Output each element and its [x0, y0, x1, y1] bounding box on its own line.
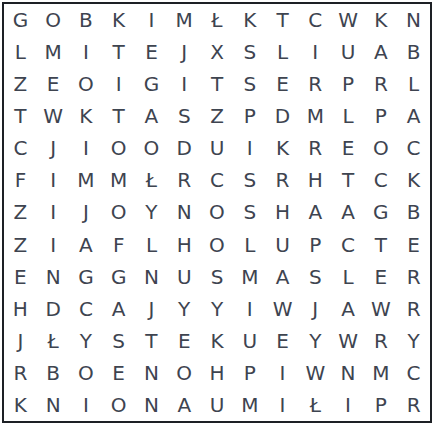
grid-cell[interactable]: M [233, 389, 266, 421]
grid-cell[interactable]: Z [4, 229, 37, 261]
grid-cell[interactable]: A [102, 293, 135, 325]
grid-cell[interactable]: R [299, 68, 332, 100]
grid-cell[interactable]: Y [397, 325, 430, 357]
grid-cell[interactable]: R [364, 325, 397, 357]
grid-cell[interactable]: Y [135, 196, 168, 228]
grid-cell[interactable]: C [397, 357, 430, 389]
grid-cell[interactable]: L [266, 36, 299, 68]
grid-cell[interactable]: W [37, 100, 70, 132]
grid-cell[interactable]: E [266, 68, 299, 100]
grid-cell[interactable]: D [168, 132, 201, 164]
grid-cell[interactable]: A [364, 36, 397, 68]
grid-cell[interactable]: A [397, 100, 430, 132]
grid-cell[interactable]: T [102, 36, 135, 68]
grid-cell[interactable]: J [168, 36, 201, 68]
grid-cell[interactable]: G [135, 68, 168, 100]
grid-cell[interactable]: N [135, 357, 168, 389]
grid-cell[interactable]: I [37, 229, 70, 261]
grid-cell[interactable]: A [332, 196, 365, 228]
grid-cell[interactable]: O [201, 229, 234, 261]
word-search-board: GOBKIMŁKTCWKNLMITEJXSLIUABZEOIGITSERPRLT… [2, 2, 432, 423]
grid-cell[interactable]: U [266, 229, 299, 261]
grid-cell[interactable]: O [70, 68, 103, 100]
grid-cell[interactable]: P [233, 357, 266, 389]
grid-cell[interactable]: P [233, 100, 266, 132]
grid-cell[interactable]: N [37, 261, 70, 293]
grid-cell[interactable]: Z [4, 68, 37, 100]
grid-cell[interactable]: G [70, 261, 103, 293]
grid-cell[interactable]: B [70, 4, 103, 36]
grid-cell[interactable]: M [102, 164, 135, 196]
grid-cell[interactable]: N [397, 4, 430, 36]
grid-cell[interactable]: R [4, 357, 37, 389]
grid-cell[interactable]: K [364, 4, 397, 36]
grid-cell[interactable]: S [233, 36, 266, 68]
grid-cell[interactable]: M [233, 261, 266, 293]
grid-cell[interactable]: P [364, 389, 397, 421]
grid-cell[interactable]: J [135, 293, 168, 325]
grid-cell[interactable]: K [102, 4, 135, 36]
grid-cell[interactable]: E [364, 261, 397, 293]
grid-cell[interactable]: Ł [299, 389, 332, 421]
grid-cell[interactable]: E [37, 68, 70, 100]
grid-cell[interactable]: N [135, 389, 168, 421]
grid-cell[interactable]: C [397, 132, 430, 164]
grid-cell[interactable]: B [397, 196, 430, 228]
grid-cell[interactable]: R [397, 261, 430, 293]
grid-cell[interactable]: M [299, 100, 332, 132]
grid-cell[interactable]: I [266, 389, 299, 421]
grid-cell[interactable]: J [4, 325, 37, 357]
grid-cell[interactable]: J [37, 132, 70, 164]
grid-cell[interactable]: P [332, 68, 365, 100]
grid-cell[interactable]: H [266, 196, 299, 228]
grid-cell[interactable]: R [397, 389, 430, 421]
grid-cell[interactable]: I [70, 36, 103, 68]
grid-cell[interactable]: R [364, 68, 397, 100]
grid-cell[interactable]: L [4, 36, 37, 68]
grid-cell[interactable]: H [168, 229, 201, 261]
grid-cell[interactable]: A [266, 261, 299, 293]
grid-cell[interactable]: S [201, 261, 234, 293]
grid-cell[interactable]: W [266, 293, 299, 325]
grid-cell[interactable]: T [135, 325, 168, 357]
grid-cell[interactable]: T [332, 164, 365, 196]
grid-cell[interactable]: N [135, 261, 168, 293]
grid-cell[interactable]: K [397, 164, 430, 196]
grid-cell[interactable]: Ł [201, 4, 234, 36]
grid-cell[interactable]: Z [4, 196, 37, 228]
grid-cell[interactable]: M [364, 357, 397, 389]
grid-cell[interactable]: S [168, 100, 201, 132]
grid-cell[interactable]: L [332, 261, 365, 293]
grid-cell[interactable]: B [37, 357, 70, 389]
grid-cell[interactable]: D [266, 100, 299, 132]
grid-cell[interactable]: C [70, 293, 103, 325]
grid-cell[interactable]: L [397, 68, 430, 100]
grid-cell[interactable]: T [102, 100, 135, 132]
grid-cell[interactable]: C [201, 164, 234, 196]
grid-cell[interactable]: S [233, 196, 266, 228]
grid-cell[interactable]: I [70, 389, 103, 421]
grid-cell[interactable]: G [364, 196, 397, 228]
grid-cell[interactable]: K [70, 100, 103, 132]
grid-cell[interactable]: P [364, 100, 397, 132]
grid-cell[interactable]: E [266, 325, 299, 357]
grid-cell[interactable]: U [201, 389, 234, 421]
grid-cell[interactable]: R [168, 164, 201, 196]
grid-cell[interactable]: O [37, 4, 70, 36]
grid-cell[interactable]: E [135, 36, 168, 68]
grid-cell[interactable]: W [332, 325, 365, 357]
grid-cell[interactable]: I [299, 36, 332, 68]
grid-cell[interactable]: I [70, 132, 103, 164]
grid-cell[interactable]: U [233, 325, 266, 357]
grid-cell[interactable]: S [299, 261, 332, 293]
grid-cell[interactable]: R [397, 293, 430, 325]
grid-cell[interactable]: S [102, 325, 135, 357]
grid-cell[interactable]: T [4, 100, 37, 132]
grid-cell[interactable]: A [299, 196, 332, 228]
grid-cell[interactable]: K [4, 389, 37, 421]
grid-cell[interactable]: E [102, 357, 135, 389]
grid-cell[interactable]: N [168, 196, 201, 228]
grid-cell[interactable]: K [233, 4, 266, 36]
grid-cell[interactable]: K [201, 325, 234, 357]
grid-cell[interactable]: O [102, 196, 135, 228]
grid-cell[interactable]: B [397, 36, 430, 68]
grid-cell[interactable]: C [4, 132, 37, 164]
grid-cell[interactable]: Y [201, 293, 234, 325]
grid-cell[interactable]: E [4, 261, 37, 293]
grid-cell[interactable]: M [37, 36, 70, 68]
grid-cell[interactable]: Y [70, 325, 103, 357]
grid-cell[interactable]: S [233, 164, 266, 196]
grid-cell[interactable]: R [299, 132, 332, 164]
grid-cell[interactable]: M [168, 4, 201, 36]
grid-cell[interactable]: M [70, 164, 103, 196]
grid-cell[interactable]: A [332, 293, 365, 325]
grid-cell[interactable]: O [102, 389, 135, 421]
grid-cell[interactable]: H [299, 164, 332, 196]
grid-cell[interactable]: D [37, 293, 70, 325]
grid-cell[interactable]: L [233, 229, 266, 261]
grid-cell[interactable]: O [201, 196, 234, 228]
grid-cell[interactable]: W [332, 4, 365, 36]
grid-cell[interactable]: Z [201, 100, 234, 132]
grid-cell[interactable]: O [70, 357, 103, 389]
grid-cell[interactable]: I [168, 68, 201, 100]
grid-cell[interactable]: E [168, 325, 201, 357]
grid-cell[interactable]: X [201, 36, 234, 68]
grid-cell[interactable]: C [364, 164, 397, 196]
grid-cell[interactable]: W [299, 357, 332, 389]
grid-cell[interactable]: K [266, 132, 299, 164]
grid-cell[interactable]: U [201, 132, 234, 164]
grid-cell[interactable]: O [168, 357, 201, 389]
grid-cell[interactable]: N [37, 389, 70, 421]
grid-cell[interactable]: A [135, 100, 168, 132]
grid-cell[interactable]: G [4, 4, 37, 36]
grid-cell[interactable]: I [233, 132, 266, 164]
grid-cell[interactable]: N [332, 357, 365, 389]
grid-cell[interactable]: C [332, 229, 365, 261]
grid-cell[interactable]: T [201, 68, 234, 100]
grid-cell[interactable]: C [299, 4, 332, 36]
grid-cell[interactable]: J [299, 293, 332, 325]
grid-cell[interactable]: P [299, 229, 332, 261]
grid-cell[interactable]: F [4, 164, 37, 196]
grid-cell[interactable]: S [233, 68, 266, 100]
grid-cell[interactable]: H [201, 357, 234, 389]
grid-cell[interactable]: L [332, 100, 365, 132]
grid-cell[interactable]: H [4, 293, 37, 325]
grid-cell[interactable]: Ł [135, 164, 168, 196]
grid-cell[interactable]: Ł [37, 325, 70, 357]
grid-cell[interactable]: G [102, 261, 135, 293]
grid-cell[interactable]: I [332, 389, 365, 421]
grid-cell[interactable]: E [332, 132, 365, 164]
grid-cell[interactable]: W [364, 293, 397, 325]
grid-cell[interactable]: A [168, 389, 201, 421]
grid-cell[interactable]: T [266, 4, 299, 36]
grid-cell[interactable]: Y [168, 293, 201, 325]
grid-cell[interactable]: U [168, 261, 201, 293]
grid-cell[interactable]: O [364, 132, 397, 164]
grid-cell[interactable]: Y [299, 325, 332, 357]
grid-cell[interactable]: O [102, 132, 135, 164]
grid-cell[interactable]: F [102, 229, 135, 261]
grid-cell[interactable]: I [266, 357, 299, 389]
grid-cell[interactable]: L [135, 229, 168, 261]
grid-cell[interactable]: T [364, 229, 397, 261]
grid-cell[interactable]: J [70, 196, 103, 228]
grid-cell[interactable]: R [266, 164, 299, 196]
grid-cell[interactable]: E [397, 229, 430, 261]
grid-cell[interactable]: O [135, 132, 168, 164]
grid-cell[interactable]: U [332, 36, 365, 68]
grid-cell[interactable]: I [135, 4, 168, 36]
grid-cell[interactable]: I [37, 196, 70, 228]
grid-cell[interactable]: I [102, 68, 135, 100]
grid-cell[interactable]: A [70, 229, 103, 261]
grid-cell[interactable]: I [233, 293, 266, 325]
grid-cell[interactable]: I [37, 164, 70, 196]
